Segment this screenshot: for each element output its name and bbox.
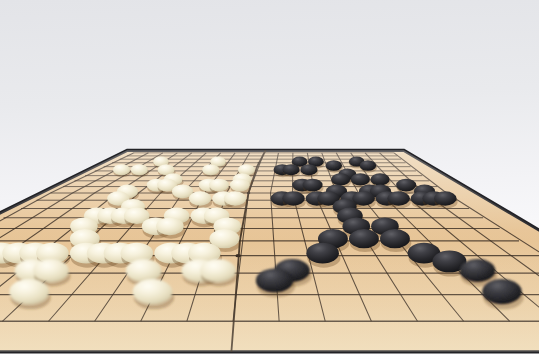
white-stone [9, 279, 49, 304]
black-stone [256, 269, 294, 293]
black-stone [434, 191, 457, 205]
black-stone [282, 191, 305, 205]
black-stone [303, 179, 323, 192]
black-stone [371, 173, 390, 185]
white-stone [113, 164, 130, 175]
black-stone [306, 243, 339, 264]
black-stone [352, 191, 375, 205]
black-stone [349, 229, 379, 248]
black-stone [360, 160, 376, 171]
white-stone [126, 259, 162, 282]
black-stone [387, 191, 410, 205]
white-stone [133, 279, 173, 304]
white-stone [230, 179, 250, 192]
white-stone [200, 259, 236, 282]
white-stone [209, 179, 229, 192]
white-stone [189, 191, 212, 205]
white-stone [33, 259, 69, 282]
black-stone [351, 173, 370, 185]
white-stone [224, 191, 247, 205]
go-board [0, 0, 539, 360]
black-stone [282, 164, 299, 175]
white-stone [202, 164, 219, 175]
black-stone [331, 173, 350, 185]
black-stone [482, 279, 522, 304]
go-board-photo-scene [0, 0, 539, 360]
black-stone [460, 259, 496, 282]
white-stone [131, 164, 148, 175]
white-stone [156, 218, 184, 236]
black-stone [300, 164, 317, 175]
black-stone [326, 160, 342, 171]
black-stone [396, 179, 416, 192]
black-stone [380, 229, 410, 248]
